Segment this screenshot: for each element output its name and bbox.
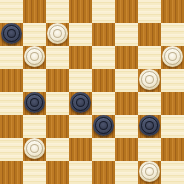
square-c6 <box>46 46 69 69</box>
square-c1[interactable] <box>46 161 69 184</box>
square-b5 <box>23 69 46 92</box>
square-d1 <box>69 161 92 184</box>
black-man-d4[interactable] <box>70 92 91 113</box>
square-a5[interactable] <box>0 69 23 92</box>
white-man-b2[interactable] <box>24 138 45 159</box>
square-d5 <box>69 69 92 92</box>
square-a1[interactable] <box>0 161 23 184</box>
square-d7 <box>69 23 92 46</box>
square-g8 <box>138 0 161 23</box>
square-d6[interactable] <box>69 46 92 69</box>
square-a3[interactable] <box>0 115 23 138</box>
square-b3 <box>23 115 46 138</box>
square-f3 <box>115 115 138 138</box>
square-d2[interactable] <box>69 138 92 161</box>
square-d4[interactable] <box>69 92 92 115</box>
square-h7 <box>161 23 184 46</box>
square-g1[interactable] <box>138 161 161 184</box>
white-man-h6[interactable] <box>162 46 183 67</box>
square-h6[interactable] <box>161 46 184 69</box>
square-c2 <box>46 138 69 161</box>
square-h2[interactable] <box>161 138 184 161</box>
square-c7[interactable] <box>46 23 69 46</box>
square-g5[interactable] <box>138 69 161 92</box>
white-man-c7[interactable] <box>47 23 68 44</box>
square-g6 <box>138 46 161 69</box>
square-f1 <box>115 161 138 184</box>
square-c5[interactable] <box>46 69 69 92</box>
white-man-g1[interactable] <box>139 161 160 182</box>
square-f5 <box>115 69 138 92</box>
square-f6[interactable] <box>115 46 138 69</box>
square-e3[interactable] <box>92 115 115 138</box>
square-a7[interactable] <box>0 23 23 46</box>
square-d3 <box>69 115 92 138</box>
square-b1 <box>23 161 46 184</box>
square-f7 <box>115 23 138 46</box>
checkers-board <box>0 0 184 184</box>
square-g2 <box>138 138 161 161</box>
square-e4 <box>92 92 115 115</box>
square-b4[interactable] <box>23 92 46 115</box>
square-a6 <box>0 46 23 69</box>
square-f8[interactable] <box>115 0 138 23</box>
white-man-b6[interactable] <box>24 46 45 67</box>
square-b2[interactable] <box>23 138 46 161</box>
square-e7[interactable] <box>92 23 115 46</box>
square-c4 <box>46 92 69 115</box>
square-c3[interactable] <box>46 115 69 138</box>
square-f2[interactable] <box>115 138 138 161</box>
black-man-g3[interactable] <box>139 115 160 136</box>
black-man-a7[interactable] <box>1 23 22 44</box>
square-a8 <box>0 0 23 23</box>
black-man-b4[interactable] <box>24 92 45 113</box>
square-h1 <box>161 161 184 184</box>
square-e6 <box>92 46 115 69</box>
square-b7 <box>23 23 46 46</box>
square-e1[interactable] <box>92 161 115 184</box>
white-man-g5[interactable] <box>139 69 160 90</box>
square-g7[interactable] <box>138 23 161 46</box>
square-a2 <box>0 138 23 161</box>
square-f4[interactable] <box>115 92 138 115</box>
square-e5[interactable] <box>92 69 115 92</box>
black-man-e3[interactable] <box>93 115 114 136</box>
square-g3[interactable] <box>138 115 161 138</box>
square-g4 <box>138 92 161 115</box>
square-h3 <box>161 115 184 138</box>
square-b6[interactable] <box>23 46 46 69</box>
square-a4 <box>0 92 23 115</box>
square-e8 <box>92 0 115 23</box>
square-c8 <box>46 0 69 23</box>
square-h5 <box>161 69 184 92</box>
square-h4[interactable] <box>161 92 184 115</box>
square-e2 <box>92 138 115 161</box>
square-b8[interactable] <box>23 0 46 23</box>
square-h8[interactable] <box>161 0 184 23</box>
square-d8[interactable] <box>69 0 92 23</box>
